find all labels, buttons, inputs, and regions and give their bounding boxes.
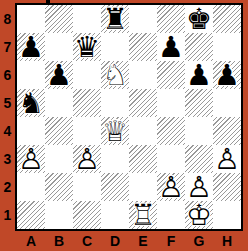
square-g8[interactable]: ♚ bbox=[185, 5, 213, 33]
rank-label-5: 5 bbox=[0, 89, 15, 117]
rank-label-4: 4 bbox=[0, 117, 15, 145]
square-g2[interactable]: ♟♙ bbox=[185, 173, 213, 201]
square-c2[interactable] bbox=[73, 173, 101, 201]
square-b5[interactable] bbox=[45, 89, 73, 117]
white-pawn-icon[interactable]: ♟♙ bbox=[213, 145, 241, 173]
square-f5[interactable] bbox=[157, 89, 185, 117]
black-piece-glyph: ♜ bbox=[102, 5, 128, 34]
white-king-icon[interactable]: ♚♔ bbox=[185, 201, 213, 229]
square-d1[interactable] bbox=[101, 201, 129, 229]
white-pawn-icon[interactable]: ♟♙ bbox=[17, 145, 45, 173]
square-d3[interactable] bbox=[101, 145, 129, 173]
square-g5[interactable] bbox=[185, 89, 213, 117]
square-e7[interactable] bbox=[129, 33, 157, 61]
rank-label-2: 2 bbox=[0, 173, 15, 201]
white-piece-outline: ♘ bbox=[102, 61, 128, 90]
square-e2[interactable] bbox=[129, 173, 157, 201]
square-a1[interactable] bbox=[17, 201, 45, 229]
black-piece-glyph: ♟ bbox=[46, 61, 72, 90]
white-rook-icon[interactable]: ♜♖ bbox=[129, 201, 157, 229]
square-f2[interactable]: ♟♙ bbox=[157, 173, 185, 201]
square-g6[interactable]: ♟ bbox=[185, 61, 213, 89]
square-h5[interactable] bbox=[213, 89, 241, 117]
black-piece-glyph: ♛ bbox=[74, 33, 100, 62]
square-e1[interactable]: ♜♖ bbox=[129, 201, 157, 229]
black-queen-icon[interactable]: ♛ bbox=[73, 33, 101, 61]
black-pawn-icon[interactable]: ♟ bbox=[157, 33, 185, 61]
square-b1[interactable] bbox=[45, 201, 73, 229]
square-c6[interactable] bbox=[73, 61, 101, 89]
white-piece-outline: ♔ bbox=[186, 201, 212, 230]
black-pawn-icon[interactable]: ♟ bbox=[213, 61, 241, 89]
black-piece-glyph: ♟ bbox=[158, 33, 184, 62]
square-g1[interactable]: ♚♔ bbox=[185, 201, 213, 229]
black-piece-glyph: ♟ bbox=[186, 61, 212, 90]
square-g4[interactable] bbox=[185, 117, 213, 145]
black-rook-icon[interactable]: ♜ bbox=[101, 5, 129, 33]
file-label-a: A bbox=[17, 233, 45, 249]
black-pawn-icon[interactable]: ♟ bbox=[17, 33, 45, 61]
file-label-d: D bbox=[101, 233, 129, 249]
white-piece-outline: ♙ bbox=[18, 145, 44, 174]
square-a3[interactable]: ♟♙ bbox=[17, 145, 45, 173]
square-e8[interactable] bbox=[129, 5, 157, 33]
white-pawn-icon[interactable]: ♟♙ bbox=[185, 173, 213, 201]
square-c8[interactable] bbox=[73, 5, 101, 33]
black-king-icon[interactable]: ♚ bbox=[185, 5, 213, 33]
file-label-g: G bbox=[185, 233, 213, 249]
square-f6[interactable] bbox=[157, 61, 185, 89]
square-f7[interactable]: ♟ bbox=[157, 33, 185, 61]
white-pawn-icon[interactable]: ♟♙ bbox=[73, 145, 101, 173]
square-d4[interactable]: ♛♕ bbox=[101, 117, 129, 145]
file-label-c: C bbox=[73, 233, 101, 249]
square-b6[interactable]: ♟ bbox=[45, 61, 73, 89]
square-h8[interactable] bbox=[213, 5, 241, 33]
square-g3[interactable] bbox=[185, 145, 213, 173]
black-piece-glyph: ♟ bbox=[214, 61, 240, 90]
rank-label-1: 1 bbox=[0, 201, 15, 229]
square-c3[interactable]: ♟♙ bbox=[73, 145, 101, 173]
square-a4[interactable] bbox=[17, 117, 45, 145]
rank-label-7: 7 bbox=[0, 33, 15, 61]
square-e4[interactable] bbox=[129, 117, 157, 145]
square-h1[interactable] bbox=[213, 201, 241, 229]
square-d2[interactable] bbox=[101, 173, 129, 201]
square-e5[interactable] bbox=[129, 89, 157, 117]
square-e6[interactable] bbox=[129, 61, 157, 89]
square-e3[interactable] bbox=[129, 145, 157, 173]
square-f4[interactable] bbox=[157, 117, 185, 145]
black-piece-glyph: ♞ bbox=[18, 89, 44, 118]
file-label-e: E bbox=[129, 233, 157, 249]
chess-diagram-frame: 8 7 6 5 4 3 2 1 ♜♚♟♛♟♟♞♘♟♟♞♛♕♟♙♟♙♟♙♟♙♟♙♜… bbox=[0, 0, 248, 251]
square-a7[interactable]: ♟ bbox=[17, 33, 45, 61]
square-f1[interactable] bbox=[157, 201, 185, 229]
square-b8[interactable] bbox=[45, 5, 73, 33]
white-piece-outline: ♙ bbox=[74, 145, 100, 174]
file-label-h: H bbox=[213, 233, 241, 249]
black-knight-icon[interactable]: ♞ bbox=[17, 89, 45, 117]
rank-label-6: 6 bbox=[0, 61, 15, 89]
square-a8[interactable] bbox=[17, 5, 45, 33]
white-queen-icon[interactable]: ♛♕ bbox=[101, 117, 129, 145]
white-piece-outline: ♕ bbox=[102, 117, 128, 146]
white-piece-outline: ♙ bbox=[214, 145, 240, 174]
square-c5[interactable] bbox=[73, 89, 101, 117]
square-c7[interactable]: ♛ bbox=[73, 33, 101, 61]
white-piece-outline: ♙ bbox=[158, 173, 184, 202]
black-pawn-icon[interactable]: ♟ bbox=[45, 61, 73, 89]
white-knight-icon[interactable]: ♞♘ bbox=[101, 61, 129, 89]
square-a6[interactable] bbox=[17, 61, 45, 89]
white-pawn-icon[interactable]: ♟♙ bbox=[157, 173, 185, 201]
black-piece-glyph: ♟ bbox=[18, 33, 44, 62]
white-piece-outline: ♖ bbox=[130, 201, 156, 230]
square-g7[interactable] bbox=[185, 33, 213, 61]
square-d5[interactable] bbox=[101, 89, 129, 117]
square-h3[interactable]: ♟♙ bbox=[213, 145, 241, 173]
chess-board: ♜♚♟♛♟♟♞♘♟♟♞♛♕♟♙♟♙♟♙♟♙♟♙♜♖♚♔ bbox=[15, 3, 243, 231]
square-h6[interactable]: ♟ bbox=[213, 61, 241, 89]
square-d8[interactable]: ♜ bbox=[101, 5, 129, 33]
file-label-f: F bbox=[157, 233, 185, 249]
square-d6[interactable]: ♞♘ bbox=[101, 61, 129, 89]
black-piece-glyph: ♚ bbox=[186, 5, 212, 34]
square-d7[interactable] bbox=[101, 33, 129, 61]
square-h7[interactable] bbox=[213, 33, 241, 61]
square-c4[interactable] bbox=[73, 117, 101, 145]
black-pawn-icon[interactable]: ♟ bbox=[185, 61, 213, 89]
square-c1[interactable] bbox=[73, 201, 101, 229]
square-a2[interactable] bbox=[17, 173, 45, 201]
square-f3[interactable] bbox=[157, 145, 185, 173]
rank-label-3: 3 bbox=[0, 145, 15, 173]
rank-label-8: 8 bbox=[0, 5, 15, 33]
file-label-b: B bbox=[45, 233, 73, 249]
square-b3[interactable] bbox=[45, 145, 73, 173]
square-b4[interactable] bbox=[45, 117, 73, 145]
square-b2[interactable] bbox=[45, 173, 73, 201]
square-f8[interactable] bbox=[157, 5, 185, 33]
square-h2[interactable] bbox=[213, 173, 241, 201]
square-b7[interactable] bbox=[45, 33, 73, 61]
square-a5[interactable]: ♞ bbox=[17, 89, 45, 117]
square-h4[interactable] bbox=[213, 117, 241, 145]
